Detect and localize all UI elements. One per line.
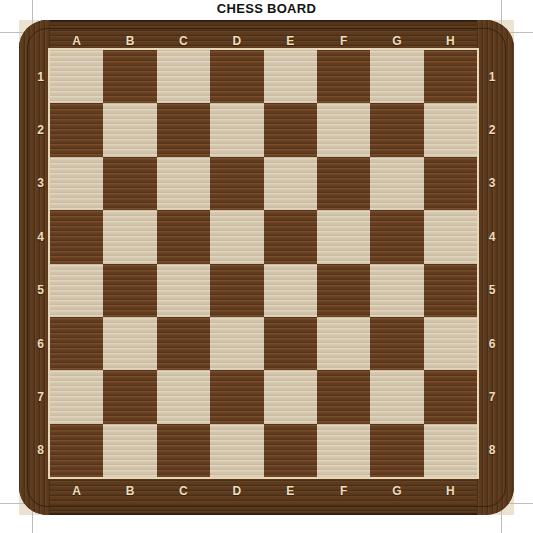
page-title: CHESS BOARD — [0, 1, 533, 16]
square-c2 — [157, 103, 210, 156]
rank-labels-left: 12345678 — [19, 50, 50, 477]
square-h4 — [424, 210, 477, 263]
square-g7 — [370, 370, 423, 423]
square-e2 — [264, 103, 317, 156]
square-g8 — [370, 424, 423, 477]
square-h8 — [424, 424, 477, 477]
square-c1 — [157, 50, 210, 103]
file-label-a: A — [72, 485, 81, 497]
square-g5 — [370, 264, 423, 317]
square-a4 — [50, 210, 103, 263]
file-labels-top: ABCDEFGH — [50, 20, 477, 50]
square-g6 — [370, 317, 423, 370]
square-h7 — [424, 370, 477, 423]
square-e8 — [264, 424, 317, 477]
file-label-g: G — [392, 485, 401, 497]
square-a3 — [50, 157, 103, 210]
file-label-h: H — [446, 485, 455, 497]
square-h6 — [424, 317, 477, 370]
file-label-c: C — [179, 485, 188, 497]
square-h3 — [424, 157, 477, 210]
rank-label-5: 5 — [489, 284, 496, 296]
rank-label-1: 1 — [489, 71, 496, 83]
rank-label-6: 6 — [489, 338, 496, 350]
file-label-c: C — [179, 35, 188, 47]
file-label-e: E — [286, 35, 294, 47]
square-h5 — [424, 264, 477, 317]
rank-label-1: 1 — [37, 71, 44, 83]
square-e5 — [264, 264, 317, 317]
square-c8 — [157, 424, 210, 477]
rank-label-8: 8 — [37, 444, 44, 456]
file-label-a: A — [72, 35, 81, 47]
square-d7 — [210, 370, 263, 423]
square-e6 — [264, 317, 317, 370]
square-e3 — [264, 157, 317, 210]
square-b3 — [103, 157, 156, 210]
file-label-d: D — [232, 35, 241, 47]
square-b2 — [103, 103, 156, 156]
rank-label-4: 4 — [489, 231, 496, 243]
chess-board: ABCDEFGH ABCDEFGH 12345678 12345678 — [19, 20, 514, 515]
square-d5 — [210, 264, 263, 317]
square-f4 — [317, 210, 370, 263]
square-e4 — [264, 210, 317, 263]
file-label-g: G — [392, 35, 401, 47]
file-label-e: E — [286, 485, 294, 497]
square-d4 — [210, 210, 263, 263]
square-f5 — [317, 264, 370, 317]
rank-label-5: 5 — [37, 284, 44, 296]
square-d1 — [210, 50, 263, 103]
square-b7 — [103, 370, 156, 423]
square-h1 — [424, 50, 477, 103]
square-e1 — [264, 50, 317, 103]
square-a2 — [50, 103, 103, 156]
square-g4 — [370, 210, 423, 263]
square-d2 — [210, 103, 263, 156]
file-label-b: B — [126, 35, 135, 47]
square-c7 — [157, 370, 210, 423]
file-labels-bottom: ABCDEFGH — [50, 477, 477, 515]
rank-label-3: 3 — [489, 177, 496, 189]
rank-label-2: 2 — [37, 124, 44, 136]
square-g3 — [370, 157, 423, 210]
rank-label-7: 7 — [489, 391, 496, 403]
square-b6 — [103, 317, 156, 370]
file-label-h: H — [446, 35, 455, 47]
square-b1 — [103, 50, 156, 103]
file-label-f: F — [340, 485, 347, 497]
square-d8 — [210, 424, 263, 477]
square-f3 — [317, 157, 370, 210]
rank-label-2: 2 — [489, 124, 496, 136]
square-f7 — [317, 370, 370, 423]
rank-label-6: 6 — [37, 338, 44, 350]
square-e7 — [264, 370, 317, 423]
square-d3 — [210, 157, 263, 210]
square-c5 — [157, 264, 210, 317]
square-a5 — [50, 264, 103, 317]
square-f8 — [317, 424, 370, 477]
square-f6 — [317, 317, 370, 370]
play-area — [50, 50, 477, 477]
rank-label-7: 7 — [37, 391, 44, 403]
rank-label-8: 8 — [489, 444, 496, 456]
square-g2 — [370, 103, 423, 156]
square-d6 — [210, 317, 263, 370]
square-f2 — [317, 103, 370, 156]
rank-label-4: 4 — [37, 231, 44, 243]
square-c4 — [157, 210, 210, 263]
square-b4 — [103, 210, 156, 263]
rank-label-3: 3 — [37, 177, 44, 189]
rank-labels-right: 12345678 — [477, 50, 514, 477]
square-a6 — [50, 317, 103, 370]
file-label-f: F — [340, 35, 347, 47]
file-label-d: D — [232, 485, 241, 497]
square-g1 — [370, 50, 423, 103]
square-f1 — [317, 50, 370, 103]
square-b8 — [103, 424, 156, 477]
file-label-b: B — [126, 485, 135, 497]
square-c3 — [157, 157, 210, 210]
square-a7 — [50, 370, 103, 423]
square-h2 — [424, 103, 477, 156]
square-a8 — [50, 424, 103, 477]
square-c6 — [157, 317, 210, 370]
square-b5 — [103, 264, 156, 317]
square-a1 — [50, 50, 103, 103]
